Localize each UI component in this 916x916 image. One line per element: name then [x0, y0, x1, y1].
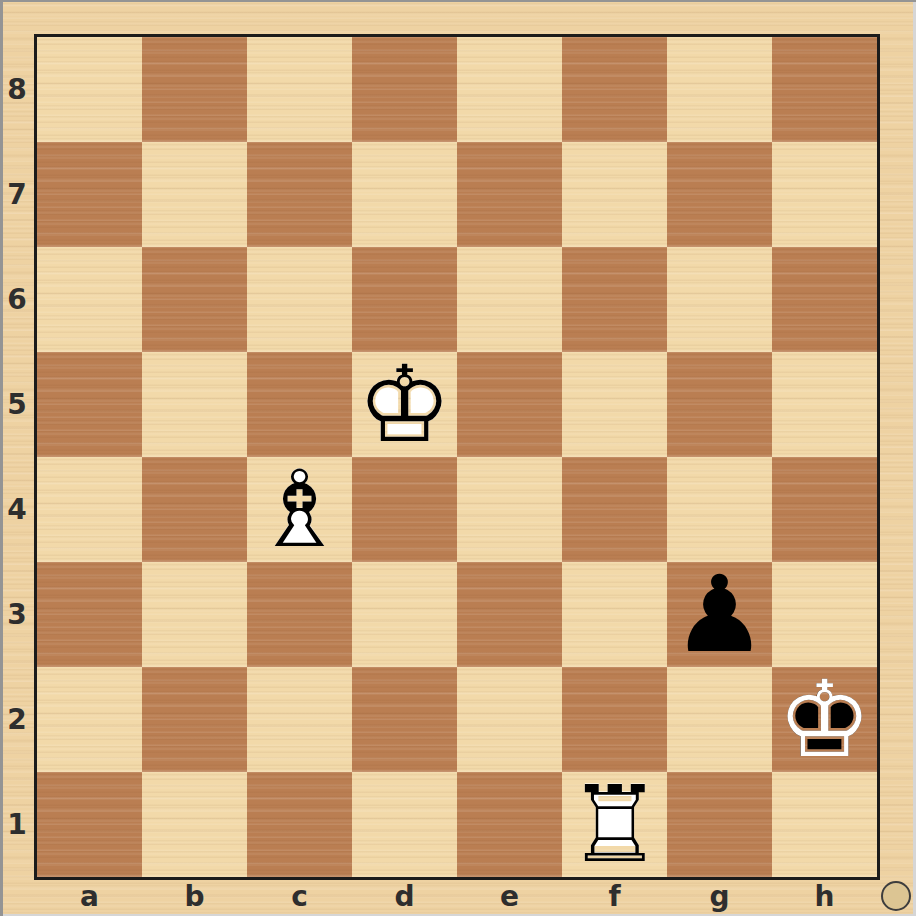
rank-label-7: 7: [0, 142, 34, 247]
square-a1[interactable]: [37, 772, 142, 877]
square-a2[interactable]: [37, 667, 142, 772]
square-g2[interactable]: [667, 667, 772, 772]
square-a7[interactable]: [37, 142, 142, 247]
square-e7[interactable]: [457, 142, 562, 247]
square-e6[interactable]: [457, 247, 562, 352]
square-b2[interactable]: [142, 667, 247, 772]
square-f3[interactable]: [562, 562, 667, 667]
square-c6[interactable]: [247, 247, 352, 352]
rank-label-3: 3: [0, 562, 34, 667]
file-label-c: c: [247, 880, 352, 916]
rank-label-4: 4: [0, 457, 34, 562]
square-e1[interactable]: [457, 772, 562, 877]
file-label-b: b: [142, 880, 247, 916]
square-a5[interactable]: [37, 352, 142, 457]
square-b6[interactable]: [142, 247, 247, 352]
square-c7[interactable]: [247, 142, 352, 247]
piece-glyph: ♟: [667, 562, 772, 667]
piece-black-king[interactable]: ♚♔: [772, 667, 877, 772]
rank-label-5: 5: [0, 352, 34, 457]
piece-white-rook[interactable]: ♜♖: [562, 772, 667, 877]
rank-label-6: 6: [0, 247, 34, 352]
square-a3[interactable]: [37, 562, 142, 667]
square-h8[interactable]: [772, 37, 877, 142]
square-c3[interactable]: [247, 562, 352, 667]
square-d2[interactable]: [352, 667, 457, 772]
square-f1[interactable]: ♜♖: [562, 772, 667, 877]
rank-label-8: 8: [0, 37, 34, 142]
file-label-h: h: [772, 880, 877, 916]
square-c1[interactable]: [247, 772, 352, 877]
square-e2[interactable]: [457, 667, 562, 772]
square-f2[interactable]: [562, 667, 667, 772]
square-f7[interactable]: [562, 142, 667, 247]
board-frame: ♚♔♝♗♟♚♔♜♖ 87654321abcdefgh: [0, 0, 916, 916]
square-d8[interactable]: [352, 37, 457, 142]
square-c8[interactable]: [247, 37, 352, 142]
turn-indicator: [881, 881, 911, 911]
square-h2[interactable]: ♚♔: [772, 667, 877, 772]
square-h3[interactable]: [772, 562, 877, 667]
piece-glyph: ♖: [562, 772, 667, 877]
square-g8[interactable]: [667, 37, 772, 142]
square-h1[interactable]: [772, 772, 877, 877]
file-label-d: d: [352, 880, 457, 916]
file-label-f: f: [562, 880, 667, 916]
square-e3[interactable]: [457, 562, 562, 667]
square-b4[interactable]: [142, 457, 247, 562]
square-b8[interactable]: [142, 37, 247, 142]
piece-glyph: ♔: [352, 352, 457, 457]
square-g1[interactable]: [667, 772, 772, 877]
square-h7[interactable]: [772, 142, 877, 247]
square-b5[interactable]: [142, 352, 247, 457]
square-f8[interactable]: [562, 37, 667, 142]
square-d4[interactable]: [352, 457, 457, 562]
square-g6[interactable]: [667, 247, 772, 352]
square-g4[interactable]: [667, 457, 772, 562]
chess-board: ♚♔♝♗♟♚♔♜♖: [34, 34, 880, 880]
square-h5[interactable]: [772, 352, 877, 457]
square-c4[interactable]: ♝♗: [247, 457, 352, 562]
piece-black-pawn[interactable]: ♟: [667, 562, 772, 667]
square-g7[interactable]: [667, 142, 772, 247]
square-e4[interactable]: [457, 457, 562, 562]
square-h6[interactable]: [772, 247, 877, 352]
square-a6[interactable]: [37, 247, 142, 352]
square-f6[interactable]: [562, 247, 667, 352]
rank-label-1: 1: [0, 772, 34, 877]
square-a4[interactable]: [37, 457, 142, 562]
square-a8[interactable]: [37, 37, 142, 142]
square-d6[interactable]: [352, 247, 457, 352]
square-c2[interactable]: [247, 667, 352, 772]
square-b1[interactable]: [142, 772, 247, 877]
square-g5[interactable]: [667, 352, 772, 457]
piece-glyph: ♗: [247, 457, 352, 562]
square-g3[interactable]: ♟: [667, 562, 772, 667]
piece-white-king[interactable]: ♚♔: [352, 352, 457, 457]
piece-glyph: ♔: [772, 667, 877, 772]
square-c5[interactable]: [247, 352, 352, 457]
square-b3[interactable]: [142, 562, 247, 667]
square-e8[interactable]: [457, 37, 562, 142]
file-label-g: g: [667, 880, 772, 916]
file-label-a: a: [37, 880, 142, 916]
square-f4[interactable]: [562, 457, 667, 562]
square-f5[interactable]: [562, 352, 667, 457]
square-e5[interactable]: [457, 352, 562, 457]
file-label-e: e: [457, 880, 562, 916]
square-d7[interactable]: [352, 142, 457, 247]
square-d3[interactable]: [352, 562, 457, 667]
square-b7[interactable]: [142, 142, 247, 247]
square-h4[interactable]: [772, 457, 877, 562]
square-d5[interactable]: ♚♔: [352, 352, 457, 457]
rank-label-2: 2: [0, 667, 34, 772]
piece-white-bishop[interactable]: ♝♗: [247, 457, 352, 562]
square-d1[interactable]: [352, 772, 457, 877]
